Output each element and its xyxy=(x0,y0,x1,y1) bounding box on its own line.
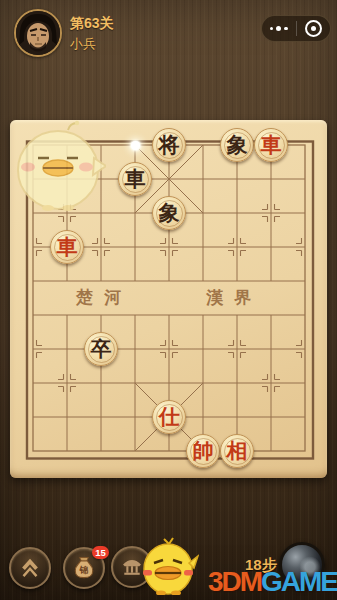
more-options-button[interactable] xyxy=(262,16,296,41)
piece-red-車[interactable]: 車 xyxy=(254,128,288,162)
piece-red-車[interactable]: 車 xyxy=(50,230,84,264)
piece-black-卒[interactable]: 卒 xyxy=(84,332,118,366)
piece-red-仕[interactable]: 仕 xyxy=(152,400,186,434)
chick-mascot-small-icon xyxy=(139,537,199,595)
watermark-3dm: 3DM xyxy=(208,566,261,597)
piece-black-将[interactable]: 将 xyxy=(152,128,186,162)
piece-black-象[interactable]: 象 xyxy=(220,128,254,162)
expand-menu-button[interactable] xyxy=(9,547,51,589)
target-circle-icon xyxy=(305,20,322,37)
avatar-portrait-icon xyxy=(16,11,60,55)
piece-red-帥[interactable]: 帥 xyxy=(186,434,220,468)
watermark-game: GAME xyxy=(261,566,337,597)
xiangqi-app-screen: 第63关 小兵 楚河 漢界 将象車車象車卒仕帥相 xyxy=(0,0,337,600)
piece-red-相[interactable]: 相 xyxy=(220,434,254,468)
rank-label: 小兵 xyxy=(70,35,96,53)
more-dot-icon xyxy=(276,26,281,31)
last-move-marker xyxy=(131,141,140,150)
watermark: 3DMGAME xyxy=(208,566,337,598)
double-chevron-up-icon xyxy=(17,555,43,581)
more-dot-icon xyxy=(284,27,288,31)
piece-black-車[interactable]: 車 xyxy=(118,162,152,196)
svg-text:锦: 锦 xyxy=(79,565,89,575)
hint-count-badge: 15 xyxy=(92,546,109,559)
hint-bag-button[interactable]: 锦 15 xyxy=(63,547,105,589)
board-intersections-grid[interactable]: 将象車車象車卒仕帥相 xyxy=(16,128,322,468)
player-avatar[interactable] xyxy=(14,9,62,57)
level-label: 第63关 xyxy=(70,15,114,33)
piece-black-象[interactable]: 象 xyxy=(152,196,186,230)
more-dot-icon xyxy=(270,27,274,31)
close-home-button[interactable] xyxy=(297,16,331,41)
brocade-bag-icon: 锦 xyxy=(70,554,98,582)
miniprogram-capsule xyxy=(261,15,331,42)
